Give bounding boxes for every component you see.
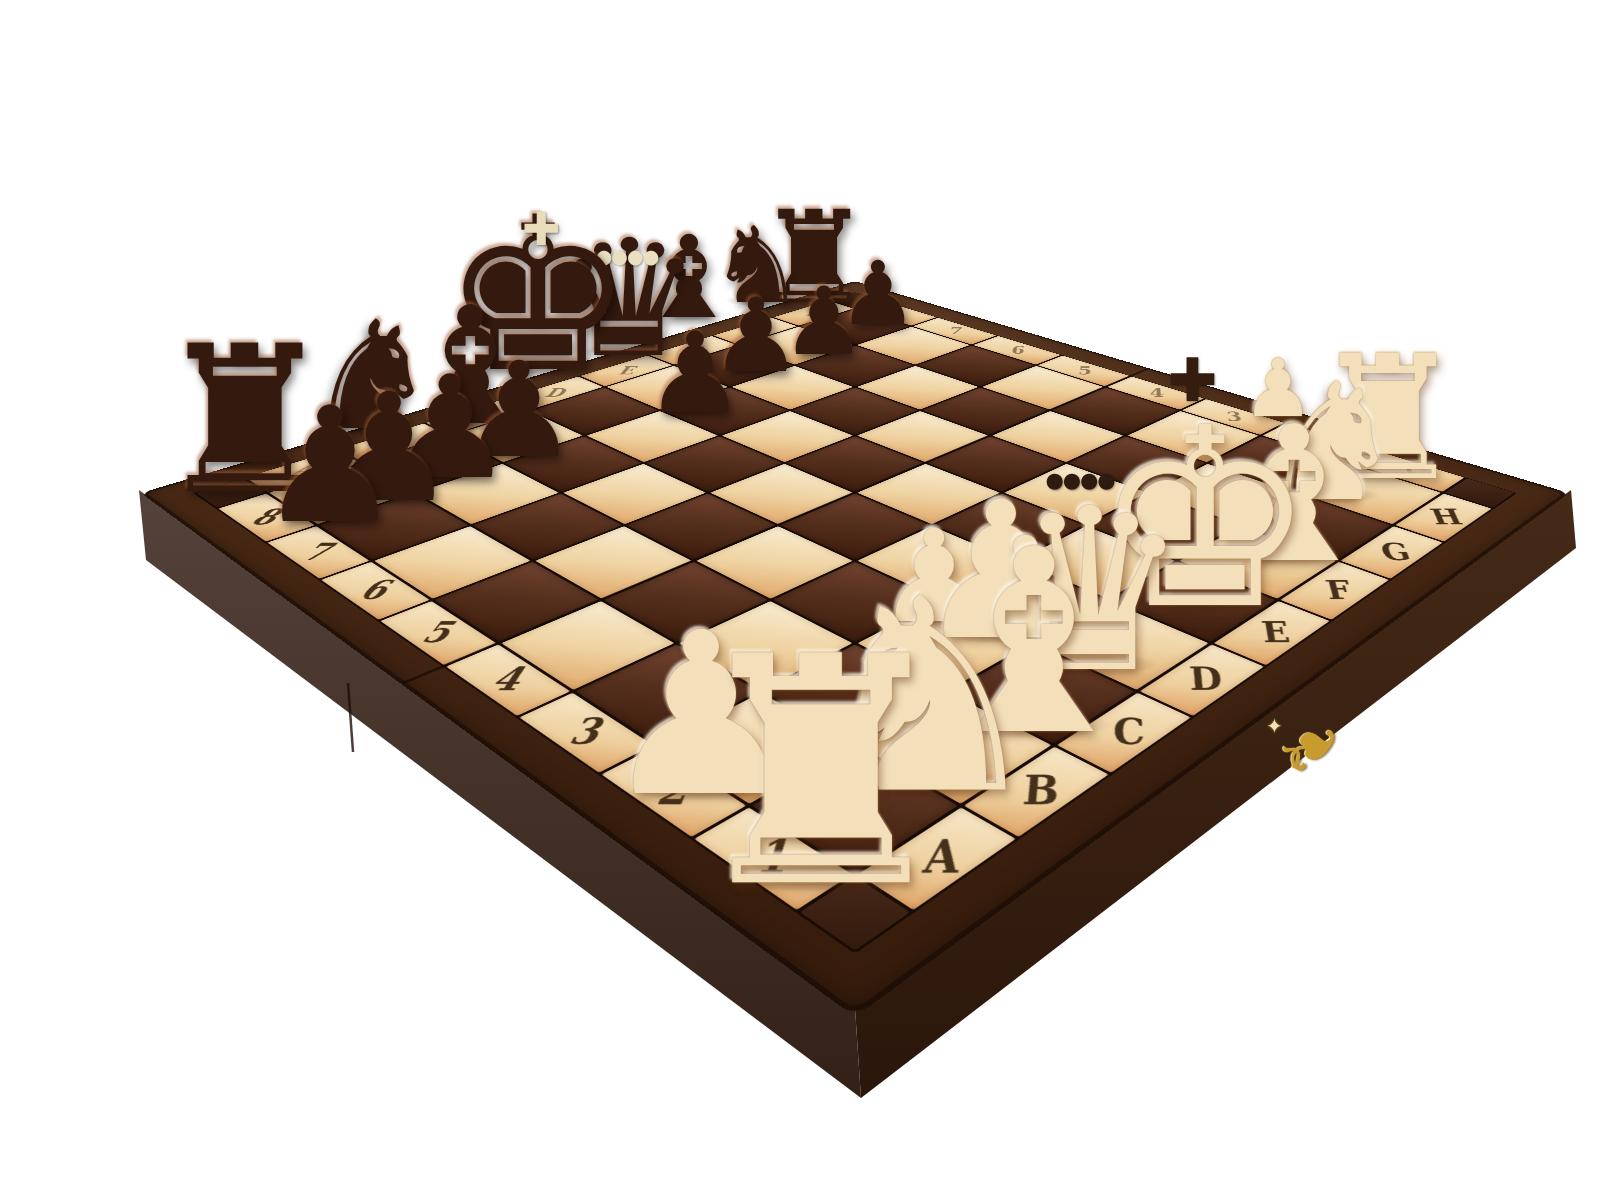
rank-label-8-text: 8 xyxy=(245,504,287,529)
far-file-label-F-text: F xyxy=(685,344,702,357)
file-label-H-text: H xyxy=(1420,504,1470,529)
board-grid: 87654321HHGGFFEEDDCCBBAA87654321 xyxy=(193,292,1517,953)
rank-label-7-text: 7 xyxy=(296,538,338,566)
far-rank-label-4-text: 4 xyxy=(1144,385,1165,399)
far-rank-label-6-text: 6 xyxy=(1008,344,1025,357)
far-file-label-G-text: G xyxy=(747,325,765,337)
far-file-label-E-text: E xyxy=(616,364,636,377)
chess-set-photo: { "game": "chess", "scene_type": "wooden… xyxy=(0,0,1600,1200)
rank-label-1-text: 1 xyxy=(753,830,789,884)
file-label-D-text: D xyxy=(1180,660,1227,698)
far-rank-label-7-text: 7 xyxy=(947,325,962,337)
far-file-label-C-text: C xyxy=(464,409,490,425)
far-rank-label-1-text: 1 xyxy=(1391,461,1422,479)
file-label-E-text: E xyxy=(1251,615,1295,649)
far-file-label-A-text: A xyxy=(287,461,320,479)
far-rank-label-3-text: 3 xyxy=(1220,409,1244,425)
rank-label-4-text: 4 xyxy=(486,660,527,698)
file-label-F-text: F xyxy=(1315,575,1357,606)
file-label-B-text: B xyxy=(1016,767,1061,815)
far-file-label-D-text: D xyxy=(542,385,567,399)
far-rank-label-5-text: 5 xyxy=(1074,364,1093,377)
chess-board: 87654321HHGGFFEEDDCCBBAA87654321 xyxy=(350,0,1360,998)
far-file-label-H-text: H xyxy=(805,307,823,318)
file-label-A-text: A xyxy=(919,830,958,884)
far-rank-label-2-text: 2 xyxy=(1302,434,1329,451)
rank-label-6-text: 6 xyxy=(353,575,395,606)
far-rank-label-8-text: 8 xyxy=(890,307,903,318)
rank-label-3-text: 3 xyxy=(565,710,605,752)
rank-label-5-text: 5 xyxy=(416,615,458,649)
file-label-C-text: C xyxy=(1103,710,1147,752)
rank-label-2-text: 2 xyxy=(653,767,691,815)
far-file-label-B-text: B xyxy=(378,434,409,451)
file-label-G-text: G xyxy=(1369,538,1416,566)
